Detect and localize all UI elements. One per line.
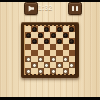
white-piece[interactable] <box>38 57 43 62</box>
letterbox-top <box>0 0 100 2</box>
white-piece[interactable] <box>63 69 68 74</box>
white-piece[interactable] <box>26 69 31 74</box>
dark-piece[interactable] <box>44 39 49 44</box>
dark-piece[interactable] <box>51 33 56 38</box>
white-piece[interactable] <box>38 69 43 74</box>
white-piece[interactable] <box>51 69 56 74</box>
pause-icon <box>72 6 77 12</box>
dark-piece[interactable] <box>44 27 49 32</box>
game-timer: 1:32 <box>38 4 53 11</box>
white-piece[interactable] <box>44 63 49 68</box>
dark-piece[interactable] <box>32 39 37 44</box>
speaker-icon <box>28 6 34 12</box>
white-piece[interactable] <box>51 57 56 62</box>
white-piece[interactable] <box>32 63 37 68</box>
white-piece[interactable] <box>57 63 62 68</box>
dark-piece[interactable] <box>57 27 62 32</box>
white-piece[interactable] <box>26 57 31 62</box>
white-piece[interactable] <box>63 57 68 62</box>
dark-piece[interactable] <box>57 39 62 44</box>
dark-piece[interactable] <box>63 33 68 38</box>
dark-piece[interactable] <box>69 39 74 44</box>
white-piece[interactable] <box>69 63 74 68</box>
checkers-board <box>21 22 79 78</box>
square-h1[interactable] <box>69 68 75 74</box>
dark-piece[interactable] <box>38 33 43 38</box>
board-grid <box>25 26 75 74</box>
dark-piece[interactable] <box>69 27 74 32</box>
sound-button[interactable] <box>24 2 38 15</box>
dark-piece[interactable] <box>26 33 31 38</box>
letterbox-bottom <box>0 97 100 100</box>
pause-button[interactable] <box>68 2 82 15</box>
app-screen: 1:32 <box>0 0 100 100</box>
dark-piece[interactable] <box>32 27 37 32</box>
